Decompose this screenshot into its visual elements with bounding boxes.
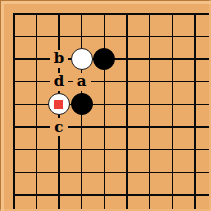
grid-line-vertical (194, 13, 195, 209)
board-edge-line-vertical (13, 13, 15, 209)
red-square-mark-icon (54, 100, 63, 109)
grid-line-vertical (149, 13, 150, 209)
grid-line-vertical (36, 13, 37, 209)
grid-line-horizontal (13, 81, 209, 82)
grid-line-horizontal (13, 172, 209, 173)
grid-line-horizontal (13, 36, 209, 37)
grid-line-horizontal (13, 149, 209, 150)
point-label-b: b (50, 50, 68, 68)
point-label-c: c (50, 118, 68, 136)
black-stone (93, 48, 115, 70)
white-stone (71, 48, 93, 70)
white-stone-marked (48, 93, 70, 115)
grid-line-horizontal (13, 194, 209, 195)
grid-line-horizontal (13, 126, 209, 127)
go-board-diagram: bdac (0, 0, 211, 211)
point-label-d: d (50, 73, 68, 91)
frame-bottom-margin (0, 209, 211, 211)
board-edge-line-horizontal (13, 13, 209, 15)
frame-right-margin (209, 0, 211, 211)
grid-line-vertical (104, 13, 105, 209)
grid-line-horizontal (13, 104, 209, 105)
frame-left-highlight (1, 1, 4, 211)
grid-line-vertical (126, 13, 127, 209)
frame-top-highlight (1, 1, 211, 4)
black-stone (71, 93, 93, 115)
point-label-a: a (73, 73, 91, 91)
grid-line-vertical (172, 13, 173, 209)
